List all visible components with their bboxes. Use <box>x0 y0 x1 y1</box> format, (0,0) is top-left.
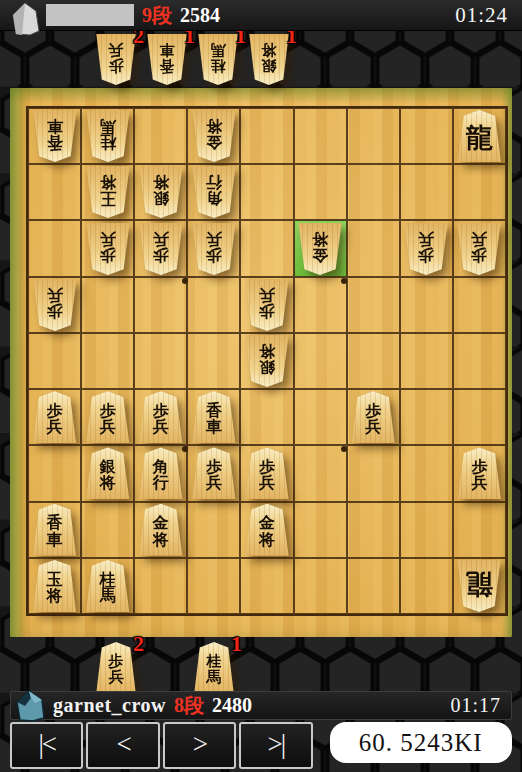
sente-hand-slot[interactable]: 歩兵2 <box>95 642 137 694</box>
bottom-player-bar: garnet_crow 8段 2480 01:17 <box>10 691 512 720</box>
board-cell[interactable] <box>187 502 240 558</box>
shogi-piece-歩兵[interactable]: 歩兵 <box>85 223 131 275</box>
shogi-piece-龍[interactable]: 龍 <box>456 560 502 612</box>
board-cell[interactable] <box>453 389 506 445</box>
board-cell[interactable]: 龍 <box>453 558 506 614</box>
shogi-piece-歩兵[interactable]: 歩兵 <box>85 391 131 443</box>
bottom-player-avatar[interactable] <box>15 690 47 722</box>
shogi-piece-歩兵[interactable]: 歩兵 <box>244 447 290 499</box>
board-cell[interactable] <box>134 558 187 614</box>
gote-hand-slot[interactable]: 桂馬1 <box>197 34 239 86</box>
board-cell[interactable] <box>187 558 240 614</box>
bottom-player-rating: 2480 <box>212 694 252 717</box>
board-cell[interactable] <box>347 164 400 220</box>
shogi-piece-歩兵[interactable]: 歩兵 <box>32 279 78 331</box>
shogi-piece-歩兵[interactable]: 歩兵 <box>244 279 290 331</box>
board-cell[interactable] <box>294 389 347 445</box>
shogi-piece-歩兵[interactable]: 歩兵 <box>350 391 396 443</box>
board-cell[interactable]: 歩兵 <box>81 389 134 445</box>
gote-hand-slot[interactable]: 銀将1 <box>248 34 290 86</box>
board-cell[interactable]: 歩兵 <box>187 220 240 276</box>
replay-controls: |< < > >| 60. 5243KI <box>10 722 512 770</box>
shogi-piece-金将[interactable]: 金将 <box>138 504 184 556</box>
board-cell[interactable]: 金将 <box>294 220 347 276</box>
board-cell[interactable] <box>240 164 293 220</box>
board-cell[interactable]: 王将 <box>81 164 134 220</box>
board-cell[interactable]: 香車 <box>28 502 81 558</box>
board-cell[interactable] <box>28 333 81 389</box>
board-cell[interactable]: 歩兵 <box>134 220 187 276</box>
board-cell[interactable] <box>240 558 293 614</box>
board-cell[interactable] <box>453 164 506 220</box>
shogi-piece-銀将[interactable]: 銀将 <box>248 34 290 85</box>
board-cell[interactable] <box>347 220 400 276</box>
shogi-piece-歩兵[interactable]: 歩兵 <box>456 447 502 499</box>
board-cell[interactable] <box>400 445 453 501</box>
gote-captured-tray: 歩兵2香車1桂馬1銀将1 <box>95 34 290 86</box>
board-cell[interactable]: 龍 <box>453 108 506 164</box>
board-cell[interactable] <box>134 277 187 333</box>
board-cell[interactable] <box>134 333 187 389</box>
shogi-piece-香車[interactable]: 香車 <box>191 391 237 443</box>
hoshi-point <box>341 278 347 284</box>
board-cell[interactable]: 歩兵 <box>81 220 134 276</box>
board-cell[interactable] <box>294 445 347 501</box>
shogi-piece-歩兵[interactable]: 歩兵 <box>138 391 184 443</box>
bottom-player-name: garnet_crow <box>53 694 166 717</box>
board-cell[interactable] <box>453 502 506 558</box>
shogi-piece-角行[interactable]: 角行 <box>191 166 237 218</box>
shogi-piece-角行[interactable]: 角行 <box>138 447 184 499</box>
board-cell[interactable] <box>81 502 134 558</box>
teal-gem-icon <box>15 690 47 722</box>
board-cell[interactable] <box>240 389 293 445</box>
shogi-piece-歩兵[interactable]: 歩兵 <box>138 223 184 275</box>
board-cell[interactable]: 玉将 <box>28 558 81 614</box>
top-player-avatar[interactable] <box>10 2 42 34</box>
board-cell[interactable]: 銀将 <box>81 445 134 501</box>
board-cell[interactable] <box>400 333 453 389</box>
shogi-piece-香車[interactable]: 香車 <box>32 504 78 556</box>
next-move-button[interactable]: > <box>163 722 236 769</box>
board-cell[interactable]: 桂馬 <box>81 108 134 164</box>
top-player-rating: 2584 <box>180 4 220 27</box>
board-cell[interactable] <box>347 445 400 501</box>
board-cell[interactable]: 歩兵 <box>453 220 506 276</box>
board-cell[interactable] <box>294 277 347 333</box>
board-cell[interactable] <box>400 389 453 445</box>
sente-captured-tray: 歩兵2桂馬1 <box>95 642 235 694</box>
board-cell[interactable] <box>294 333 347 389</box>
board-cell[interactable] <box>453 277 506 333</box>
board-edge-shade-left <box>10 88 27 637</box>
shogi-piece-歩兵[interactable]: 歩兵 <box>191 223 237 275</box>
shogi-piece-桂馬[interactable]: 桂馬 <box>197 34 239 85</box>
board-cell[interactable]: 桂馬 <box>81 558 134 614</box>
top-player-bar: 9段 2584 01:24 <box>0 0 522 31</box>
board-cell[interactable]: 金将 <box>240 502 293 558</box>
shogi-piece-玉将[interactable]: 玉将 <box>32 560 78 612</box>
shogi-piece-歩兵[interactable]: 歩兵 <box>32 391 78 443</box>
prev-move-button[interactable]: < <box>86 722 159 769</box>
bottom-player-clock: 01:17 <box>450 694 501 717</box>
board-cell[interactable]: 角行 <box>134 445 187 501</box>
move-display: 60. 5243KI <box>330 722 512 763</box>
board-cell[interactable] <box>347 558 400 614</box>
board-cell[interactable] <box>400 277 453 333</box>
shogi-piece-金将[interactable]: 金将 <box>244 504 290 556</box>
board-cell[interactable] <box>240 108 293 164</box>
board-cell[interactable]: 歩兵 <box>240 445 293 501</box>
board-cell[interactable] <box>294 108 347 164</box>
board-cell[interactable] <box>81 333 134 389</box>
board-cell[interactable] <box>240 220 293 276</box>
board-cell[interactable] <box>187 333 240 389</box>
board-cell[interactable]: 歩兵 <box>347 389 400 445</box>
board-cell[interactable] <box>347 333 400 389</box>
top-player-name-hidden <box>46 4 134 26</box>
board-cell[interactable]: 歩兵 <box>400 220 453 276</box>
board-cell[interactable] <box>294 502 347 558</box>
board-cell[interactable]: 歩兵 <box>28 277 81 333</box>
shogi-piece-香車[interactable]: 香車 <box>32 110 78 162</box>
shogi-piece-桂馬[interactable]: 桂馬 <box>193 642 235 693</box>
board-cell[interactable] <box>400 164 453 220</box>
first-move-button[interactable]: |< <box>10 722 83 769</box>
board-cell[interactable]: 金将 <box>187 108 240 164</box>
shogi-piece-香車[interactable]: 香車 <box>146 34 188 85</box>
gote-hand-slot[interactable]: 香車1 <box>146 34 188 86</box>
top-player-clock: 01:24 <box>455 3 508 28</box>
top-player-rank: 9段 <box>142 2 172 29</box>
board-cell[interactable]: 香車 <box>187 389 240 445</box>
shogi-piece-歩兵[interactable]: 歩兵 <box>95 34 137 85</box>
board-grid: 香車桂馬金将龍王将銀将角行歩兵歩兵歩兵金将歩兵歩兵歩兵歩兵銀将歩兵歩兵歩兵香車歩… <box>26 106 508 616</box>
board-cell[interactable]: 角行 <box>187 164 240 220</box>
shogi-piece-銀将[interactable]: 銀将 <box>244 335 290 387</box>
shogi-piece-桂馬[interactable]: 桂馬 <box>85 110 131 162</box>
board-cell[interactable]: 歩兵 <box>28 389 81 445</box>
shogi-app-window: 9段 2584 01:24 歩兵2香車1桂馬1銀将1 香車桂馬金将龍王将銀将角行… <box>0 0 522 772</box>
hoshi-point <box>182 278 188 284</box>
shogi-piece-銀将[interactable]: 銀将 <box>138 166 184 218</box>
captured-count-badge: 1 <box>231 631 242 657</box>
board-cell[interactable] <box>28 445 81 501</box>
gote-hand-slot[interactable]: 歩兵2 <box>95 34 137 86</box>
board-cell[interactable]: 香車 <box>28 108 81 164</box>
board-cell[interactable]: 歩兵 <box>453 445 506 501</box>
board-cell[interactable]: 銀将 <box>240 333 293 389</box>
sente-hand-slot[interactable]: 桂馬1 <box>193 642 235 694</box>
board-cell[interactable] <box>294 164 347 220</box>
shogi-piece-歩兵[interactable]: 歩兵 <box>456 223 502 275</box>
shogi-piece-銀将[interactable]: 銀将 <box>85 447 131 499</box>
shogi-piece-金将[interactable]: 金将 <box>191 110 237 162</box>
board-cell[interactable] <box>294 558 347 614</box>
shogi-piece-王将[interactable]: 王将 <box>85 166 131 218</box>
gray-gem-icon <box>10 2 42 36</box>
board-cell[interactable]: 金将 <box>134 502 187 558</box>
board-cell[interactable] <box>453 333 506 389</box>
shogi-piece-桂馬[interactable]: 桂馬 <box>85 560 131 612</box>
shogi-piece-金将[interactable]: 金将 <box>297 223 343 275</box>
captured-count-badge: 2 <box>133 631 144 657</box>
shogi-piece-龍[interactable]: 龍 <box>456 110 502 162</box>
board-cell[interactable] <box>400 502 453 558</box>
board-cell[interactable] <box>347 502 400 558</box>
shogi-piece-歩兵[interactable]: 歩兵 <box>403 223 449 275</box>
board-cell[interactable] <box>134 108 187 164</box>
board-cell[interactable] <box>28 220 81 276</box>
board-cell[interactable]: 歩兵 <box>240 277 293 333</box>
shogi-board: 香車桂馬金将龍王将銀将角行歩兵歩兵歩兵金将歩兵歩兵歩兵歩兵銀将歩兵歩兵歩兵香車歩… <box>10 88 512 637</box>
board-cell[interactable] <box>347 277 400 333</box>
shogi-piece-歩兵[interactable]: 歩兵 <box>95 642 137 693</box>
shogi-piece-歩兵[interactable]: 歩兵 <box>191 447 237 499</box>
hoshi-point <box>182 446 188 452</box>
last-move-button[interactable]: >| <box>239 722 312 769</box>
board-cell[interactable] <box>28 164 81 220</box>
board-cell[interactable] <box>347 108 400 164</box>
board-cell[interactable] <box>400 558 453 614</box>
bottom-player-rank: 8段 <box>174 692 204 719</box>
board-cell[interactable]: 銀将 <box>134 164 187 220</box>
board-edge-shade-top <box>10 88 512 103</box>
board-cell[interactable] <box>81 277 134 333</box>
board-cell[interactable]: 歩兵 <box>187 445 240 501</box>
board-cell[interactable]: 歩兵 <box>134 389 187 445</box>
hoshi-point <box>341 446 347 452</box>
board-cell[interactable] <box>400 108 453 164</box>
board-cell[interactable] <box>187 277 240 333</box>
